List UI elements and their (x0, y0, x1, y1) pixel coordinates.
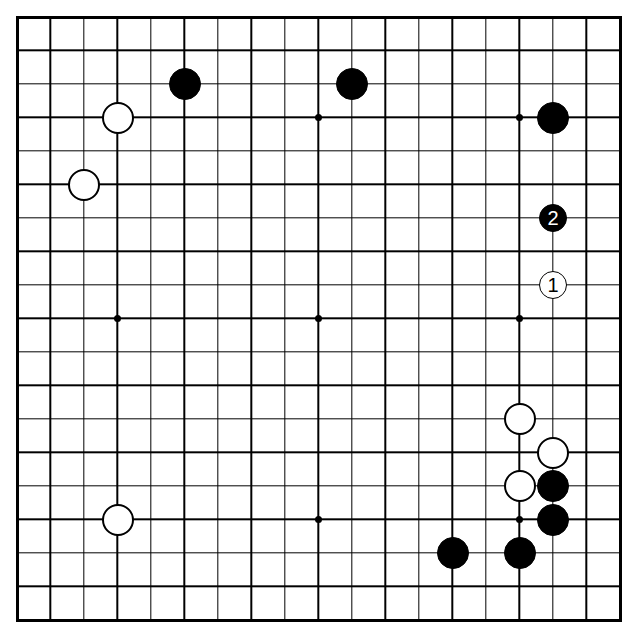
intersection-h11[interactable] (235, 268, 269, 302)
intersection-o17[interactable] (436, 67, 470, 101)
intersection-r8[interactable] (536, 369, 570, 403)
intersection-b10[interactable] (34, 302, 68, 336)
intersection-f9[interactable] (168, 335, 202, 369)
intersection-s9[interactable] (570, 335, 604, 369)
intersection-e2[interactable] (134, 570, 168, 604)
intersection-k15[interactable] (302, 134, 336, 168)
intersection-e18[interactable] (134, 34, 168, 68)
intersection-t13[interactable] (603, 201, 637, 235)
intersection-e17[interactable] (134, 67, 168, 101)
intersection-l19[interactable] (335, 0, 369, 34)
intersection-e16[interactable] (134, 101, 168, 135)
intersection-j6[interactable] (268, 436, 302, 470)
intersection-d13[interactable] (101, 201, 135, 235)
intersection-q6[interactable] (503, 436, 537, 470)
intersection-n2[interactable] (402, 570, 436, 604)
intersection-b5[interactable] (34, 469, 68, 503)
intersection-g7[interactable] (201, 402, 235, 436)
intersection-t17[interactable] (603, 67, 637, 101)
intersection-f10[interactable] (168, 302, 202, 336)
intersection-a3[interactable] (0, 536, 34, 570)
intersection-t4[interactable] (603, 503, 637, 537)
intersection-d17[interactable] (101, 67, 135, 101)
intersection-n9[interactable] (402, 335, 436, 369)
intersection-t11[interactable] (603, 268, 637, 302)
intersection-q8[interactable] (503, 369, 537, 403)
intersection-k10[interactable] (302, 302, 336, 336)
intersection-p5[interactable] (469, 469, 503, 503)
intersection-n1[interactable] (402, 603, 436, 637)
intersection-d6[interactable] (101, 436, 135, 470)
intersection-b16[interactable] (34, 101, 68, 135)
intersection-q15[interactable] (503, 134, 537, 168)
intersection-r7[interactable] (536, 402, 570, 436)
intersection-t1[interactable] (603, 603, 637, 637)
intersection-o7[interactable] (436, 402, 470, 436)
intersection-f19[interactable] (168, 0, 202, 34)
intersection-e3[interactable] (134, 536, 168, 570)
intersection-s4[interactable] (570, 503, 604, 537)
intersection-g1[interactable] (201, 603, 235, 637)
intersection-l3[interactable] (335, 536, 369, 570)
intersection-p19[interactable] (469, 0, 503, 34)
intersection-o16[interactable] (436, 101, 470, 135)
intersection-h14[interactable] (235, 168, 269, 202)
intersection-q11[interactable] (503, 268, 537, 302)
intersection-g4[interactable] (201, 503, 235, 537)
intersection-m13[interactable] (369, 201, 403, 235)
intersection-c9[interactable] (67, 335, 101, 369)
intersection-c7[interactable] (67, 402, 101, 436)
intersection-k9[interactable] (302, 335, 336, 369)
intersection-a1[interactable] (0, 603, 34, 637)
intersection-g9[interactable] (201, 335, 235, 369)
intersection-j18[interactable] (268, 34, 302, 68)
intersection-g5[interactable] (201, 469, 235, 503)
intersection-o14[interactable] (436, 168, 470, 202)
intersection-h3[interactable] (235, 536, 269, 570)
intersection-s17[interactable] (570, 67, 604, 101)
intersection-e12[interactable] (134, 235, 168, 269)
intersection-f1[interactable] (168, 603, 202, 637)
intersection-s10[interactable] (570, 302, 604, 336)
intersection-n6[interactable] (402, 436, 436, 470)
intersection-s8[interactable] (570, 369, 604, 403)
intersection-j11[interactable] (268, 268, 302, 302)
intersection-r15[interactable] (536, 134, 570, 168)
intersection-j15[interactable] (268, 134, 302, 168)
intersection-p6[interactable] (469, 436, 503, 470)
intersection-g16[interactable] (201, 101, 235, 135)
intersection-s2[interactable] (570, 570, 604, 604)
intersection-o4[interactable] (436, 503, 470, 537)
intersection-q16[interactable] (503, 101, 537, 135)
intersection-h17[interactable] (235, 67, 269, 101)
intersection-a11[interactable] (0, 268, 34, 302)
intersection-b11[interactable] (34, 268, 68, 302)
intersection-r16[interactable] (536, 101, 570, 135)
intersection-n10[interactable] (402, 302, 436, 336)
intersection-a2[interactable] (0, 570, 34, 604)
intersection-r1[interactable] (536, 603, 570, 637)
intersection-d9[interactable] (101, 335, 135, 369)
intersection-s12[interactable] (570, 235, 604, 269)
intersection-d11[interactable] (101, 268, 135, 302)
intersection-r11[interactable]: 1 (536, 268, 570, 302)
intersection-e10[interactable] (134, 302, 168, 336)
intersection-c18[interactable] (67, 34, 101, 68)
intersection-b9[interactable] (34, 335, 68, 369)
intersection-p2[interactable] (469, 570, 503, 604)
intersection-m6[interactable] (369, 436, 403, 470)
intersection-d16[interactable] (101, 101, 135, 135)
intersection-b6[interactable] (34, 436, 68, 470)
intersection-c4[interactable] (67, 503, 101, 537)
intersection-o5[interactable] (436, 469, 470, 503)
intersection-g15[interactable] (201, 134, 235, 168)
intersection-n18[interactable] (402, 34, 436, 68)
intersection-o3[interactable] (436, 536, 470, 570)
intersection-l7[interactable] (335, 402, 369, 436)
intersection-t18[interactable] (603, 34, 637, 68)
intersection-m18[interactable] (369, 34, 403, 68)
intersection-q9[interactable] (503, 335, 537, 369)
intersection-p8[interactable] (469, 369, 503, 403)
intersection-e11[interactable] (134, 268, 168, 302)
intersection-h19[interactable] (235, 0, 269, 34)
intersection-k13[interactable] (302, 201, 336, 235)
intersection-l5[interactable] (335, 469, 369, 503)
intersection-r3[interactable] (536, 536, 570, 570)
intersection-j7[interactable] (268, 402, 302, 436)
intersection-h8[interactable] (235, 369, 269, 403)
intersection-s11[interactable] (570, 268, 604, 302)
intersection-l8[interactable] (335, 369, 369, 403)
intersection-a17[interactable] (0, 67, 34, 101)
intersection-m16[interactable] (369, 101, 403, 135)
intersection-q5[interactable] (503, 469, 537, 503)
intersection-c12[interactable] (67, 235, 101, 269)
intersection-t14[interactable] (603, 168, 637, 202)
intersection-t16[interactable] (603, 101, 637, 135)
intersection-s14[interactable] (570, 168, 604, 202)
intersection-t7[interactable] (603, 402, 637, 436)
intersection-d2[interactable] (101, 570, 135, 604)
intersection-n15[interactable] (402, 134, 436, 168)
intersection-d18[interactable] (101, 34, 135, 68)
intersection-j14[interactable] (268, 168, 302, 202)
intersection-f13[interactable] (168, 201, 202, 235)
intersection-j5[interactable] (268, 469, 302, 503)
intersection-f18[interactable] (168, 34, 202, 68)
intersection-b19[interactable] (34, 0, 68, 34)
intersection-j17[interactable] (268, 67, 302, 101)
intersection-l12[interactable] (335, 235, 369, 269)
intersection-a14[interactable] (0, 168, 34, 202)
intersection-o2[interactable] (436, 570, 470, 604)
intersection-j10[interactable] (268, 302, 302, 336)
intersection-f11[interactable] (168, 268, 202, 302)
intersection-j9[interactable] (268, 335, 302, 369)
intersection-r9[interactable] (536, 335, 570, 369)
intersection-d4[interactable] (101, 503, 135, 537)
intersection-l1[interactable] (335, 603, 369, 637)
intersection-l14[interactable] (335, 168, 369, 202)
intersection-m19[interactable] (369, 0, 403, 34)
intersection-l16[interactable] (335, 101, 369, 135)
intersection-p3[interactable] (469, 536, 503, 570)
intersection-m4[interactable] (369, 503, 403, 537)
intersection-a18[interactable] (0, 34, 34, 68)
intersection-k12[interactable] (302, 235, 336, 269)
intersection-p14[interactable] (469, 168, 503, 202)
intersection-o13[interactable] (436, 201, 470, 235)
intersection-b17[interactable] (34, 67, 68, 101)
intersection-g2[interactable] (201, 570, 235, 604)
intersection-h10[interactable] (235, 302, 269, 336)
intersection-e1[interactable] (134, 603, 168, 637)
intersection-t15[interactable] (603, 134, 637, 168)
intersection-j8[interactable] (268, 369, 302, 403)
intersection-e13[interactable] (134, 201, 168, 235)
intersection-c2[interactable] (67, 570, 101, 604)
intersection-m17[interactable] (369, 67, 403, 101)
intersection-s18[interactable] (570, 34, 604, 68)
intersection-o12[interactable] (436, 235, 470, 269)
intersection-d8[interactable] (101, 369, 135, 403)
intersection-r5[interactable] (536, 469, 570, 503)
intersection-m7[interactable] (369, 402, 403, 436)
intersection-f14[interactable] (168, 168, 202, 202)
intersection-f3[interactable] (168, 536, 202, 570)
intersection-a12[interactable] (0, 235, 34, 269)
intersection-p12[interactable] (469, 235, 503, 269)
intersection-m12[interactable] (369, 235, 403, 269)
intersection-l2[interactable] (335, 570, 369, 604)
intersection-h2[interactable] (235, 570, 269, 604)
intersection-q17[interactable] (503, 67, 537, 101)
intersection-s16[interactable] (570, 101, 604, 135)
intersection-p17[interactable] (469, 67, 503, 101)
intersection-d15[interactable] (101, 134, 135, 168)
intersection-l11[interactable] (335, 268, 369, 302)
intersection-p11[interactable] (469, 268, 503, 302)
intersection-a9[interactable] (0, 335, 34, 369)
intersection-m3[interactable] (369, 536, 403, 570)
intersection-l18[interactable] (335, 34, 369, 68)
intersection-f7[interactable] (168, 402, 202, 436)
intersection-c13[interactable] (67, 201, 101, 235)
intersection-s7[interactable] (570, 402, 604, 436)
intersection-c5[interactable] (67, 469, 101, 503)
intersection-n11[interactable] (402, 268, 436, 302)
intersection-f4[interactable] (168, 503, 202, 537)
intersection-k8[interactable] (302, 369, 336, 403)
intersection-k1[interactable] (302, 603, 336, 637)
intersection-f8[interactable] (168, 369, 202, 403)
intersection-b8[interactable] (34, 369, 68, 403)
intersection-b15[interactable] (34, 134, 68, 168)
intersection-m9[interactable] (369, 335, 403, 369)
intersection-o15[interactable] (436, 134, 470, 168)
intersection-o19[interactable] (436, 0, 470, 34)
intersection-g13[interactable] (201, 201, 235, 235)
intersection-c6[interactable] (67, 436, 101, 470)
intersection-r6[interactable] (536, 436, 570, 470)
intersection-a4[interactable] (0, 503, 34, 537)
intersection-q7[interactable] (503, 402, 537, 436)
intersection-p7[interactable] (469, 402, 503, 436)
intersection-b7[interactable] (34, 402, 68, 436)
intersection-j19[interactable] (268, 0, 302, 34)
intersection-f5[interactable] (168, 469, 202, 503)
intersection-l10[interactable] (335, 302, 369, 336)
intersection-d10[interactable] (101, 302, 135, 336)
intersection-a10[interactable] (0, 302, 34, 336)
intersection-f15[interactable] (168, 134, 202, 168)
intersection-t10[interactable] (603, 302, 637, 336)
intersection-m2[interactable] (369, 570, 403, 604)
intersection-l15[interactable] (335, 134, 369, 168)
intersection-h12[interactable] (235, 235, 269, 269)
intersection-f16[interactable] (168, 101, 202, 135)
intersection-g11[interactable] (201, 268, 235, 302)
intersection-h18[interactable] (235, 34, 269, 68)
intersection-m14[interactable] (369, 168, 403, 202)
intersection-c17[interactable] (67, 67, 101, 101)
intersection-j13[interactable] (268, 201, 302, 235)
intersection-k16[interactable] (302, 101, 336, 135)
intersection-t8[interactable] (603, 369, 637, 403)
intersection-n5[interactable] (402, 469, 436, 503)
intersection-d12[interactable] (101, 235, 135, 269)
intersection-q14[interactable] (503, 168, 537, 202)
intersection-g8[interactable] (201, 369, 235, 403)
intersection-l17[interactable] (335, 67, 369, 101)
intersection-q2[interactable] (503, 570, 537, 604)
intersection-p16[interactable] (469, 101, 503, 135)
intersection-c19[interactable] (67, 0, 101, 34)
intersection-e14[interactable] (134, 168, 168, 202)
intersection-h6[interactable] (235, 436, 269, 470)
intersection-n12[interactable] (402, 235, 436, 269)
intersection-m1[interactable] (369, 603, 403, 637)
intersection-g19[interactable] (201, 0, 235, 34)
intersection-p10[interactable] (469, 302, 503, 336)
intersection-l9[interactable] (335, 335, 369, 369)
intersection-s6[interactable] (570, 436, 604, 470)
intersection-a7[interactable] (0, 402, 34, 436)
intersection-t2[interactable] (603, 570, 637, 604)
intersection-r4[interactable] (536, 503, 570, 537)
intersection-r13[interactable]: 2 (536, 201, 570, 235)
intersection-o10[interactable] (436, 302, 470, 336)
intersection-d14[interactable] (101, 168, 135, 202)
intersection-r10[interactable] (536, 302, 570, 336)
intersection-n7[interactable] (402, 402, 436, 436)
intersection-k19[interactable] (302, 0, 336, 34)
intersection-q3[interactable] (503, 536, 537, 570)
intersection-a6[interactable] (0, 436, 34, 470)
intersection-e15[interactable] (134, 134, 168, 168)
intersection-d5[interactable] (101, 469, 135, 503)
intersection-p15[interactable] (469, 134, 503, 168)
intersection-l6[interactable] (335, 436, 369, 470)
intersection-k4[interactable] (302, 503, 336, 537)
intersection-t19[interactable] (603, 0, 637, 34)
intersection-j12[interactable] (268, 235, 302, 269)
intersection-b12[interactable] (34, 235, 68, 269)
intersection-g3[interactable] (201, 536, 235, 570)
intersection-q4[interactable] (503, 503, 537, 537)
intersection-b1[interactable] (34, 603, 68, 637)
intersection-s5[interactable] (570, 469, 604, 503)
intersection-q13[interactable] (503, 201, 537, 235)
intersection-n3[interactable] (402, 536, 436, 570)
intersection-d7[interactable] (101, 402, 135, 436)
intersection-o11[interactable] (436, 268, 470, 302)
intersection-o1[interactable] (436, 603, 470, 637)
intersection-e7[interactable] (134, 402, 168, 436)
intersection-j3[interactable] (268, 536, 302, 570)
intersection-e5[interactable] (134, 469, 168, 503)
intersection-o9[interactable] (436, 335, 470, 369)
intersection-c8[interactable] (67, 369, 101, 403)
intersection-k17[interactable] (302, 67, 336, 101)
intersection-b4[interactable] (34, 503, 68, 537)
intersection-o8[interactable] (436, 369, 470, 403)
intersection-t6[interactable] (603, 436, 637, 470)
intersection-a19[interactable] (0, 0, 34, 34)
intersection-b14[interactable] (34, 168, 68, 202)
intersection-n17[interactable] (402, 67, 436, 101)
intersection-m5[interactable] (369, 469, 403, 503)
intersection-c1[interactable] (67, 603, 101, 637)
intersection-m10[interactable] (369, 302, 403, 336)
intersection-t5[interactable] (603, 469, 637, 503)
intersection-k14[interactable] (302, 168, 336, 202)
intersection-f12[interactable] (168, 235, 202, 269)
intersection-d19[interactable] (101, 0, 135, 34)
intersection-d1[interactable] (101, 603, 135, 637)
intersection-s19[interactable] (570, 0, 604, 34)
intersection-j2[interactable] (268, 570, 302, 604)
intersection-h9[interactable] (235, 335, 269, 369)
intersection-b3[interactable] (34, 536, 68, 570)
intersection-e19[interactable] (134, 0, 168, 34)
intersection-n19[interactable] (402, 0, 436, 34)
intersection-q18[interactable] (503, 34, 537, 68)
intersection-k3[interactable] (302, 536, 336, 570)
intersection-g17[interactable] (201, 67, 235, 101)
intersection-m15[interactable] (369, 134, 403, 168)
intersection-b18[interactable] (34, 34, 68, 68)
intersection-n13[interactable] (402, 201, 436, 235)
intersection-c16[interactable] (67, 101, 101, 135)
intersection-e6[interactable] (134, 436, 168, 470)
intersection-k2[interactable] (302, 570, 336, 604)
intersection-q19[interactable] (503, 0, 537, 34)
intersection-e8[interactable] (134, 369, 168, 403)
intersection-b2[interactable] (34, 570, 68, 604)
intersection-t12[interactable] (603, 235, 637, 269)
intersection-j4[interactable] (268, 503, 302, 537)
intersection-n14[interactable] (402, 168, 436, 202)
intersection-r17[interactable] (536, 67, 570, 101)
intersection-k5[interactable] (302, 469, 336, 503)
intersection-k7[interactable] (302, 402, 336, 436)
intersection-g12[interactable] (201, 235, 235, 269)
